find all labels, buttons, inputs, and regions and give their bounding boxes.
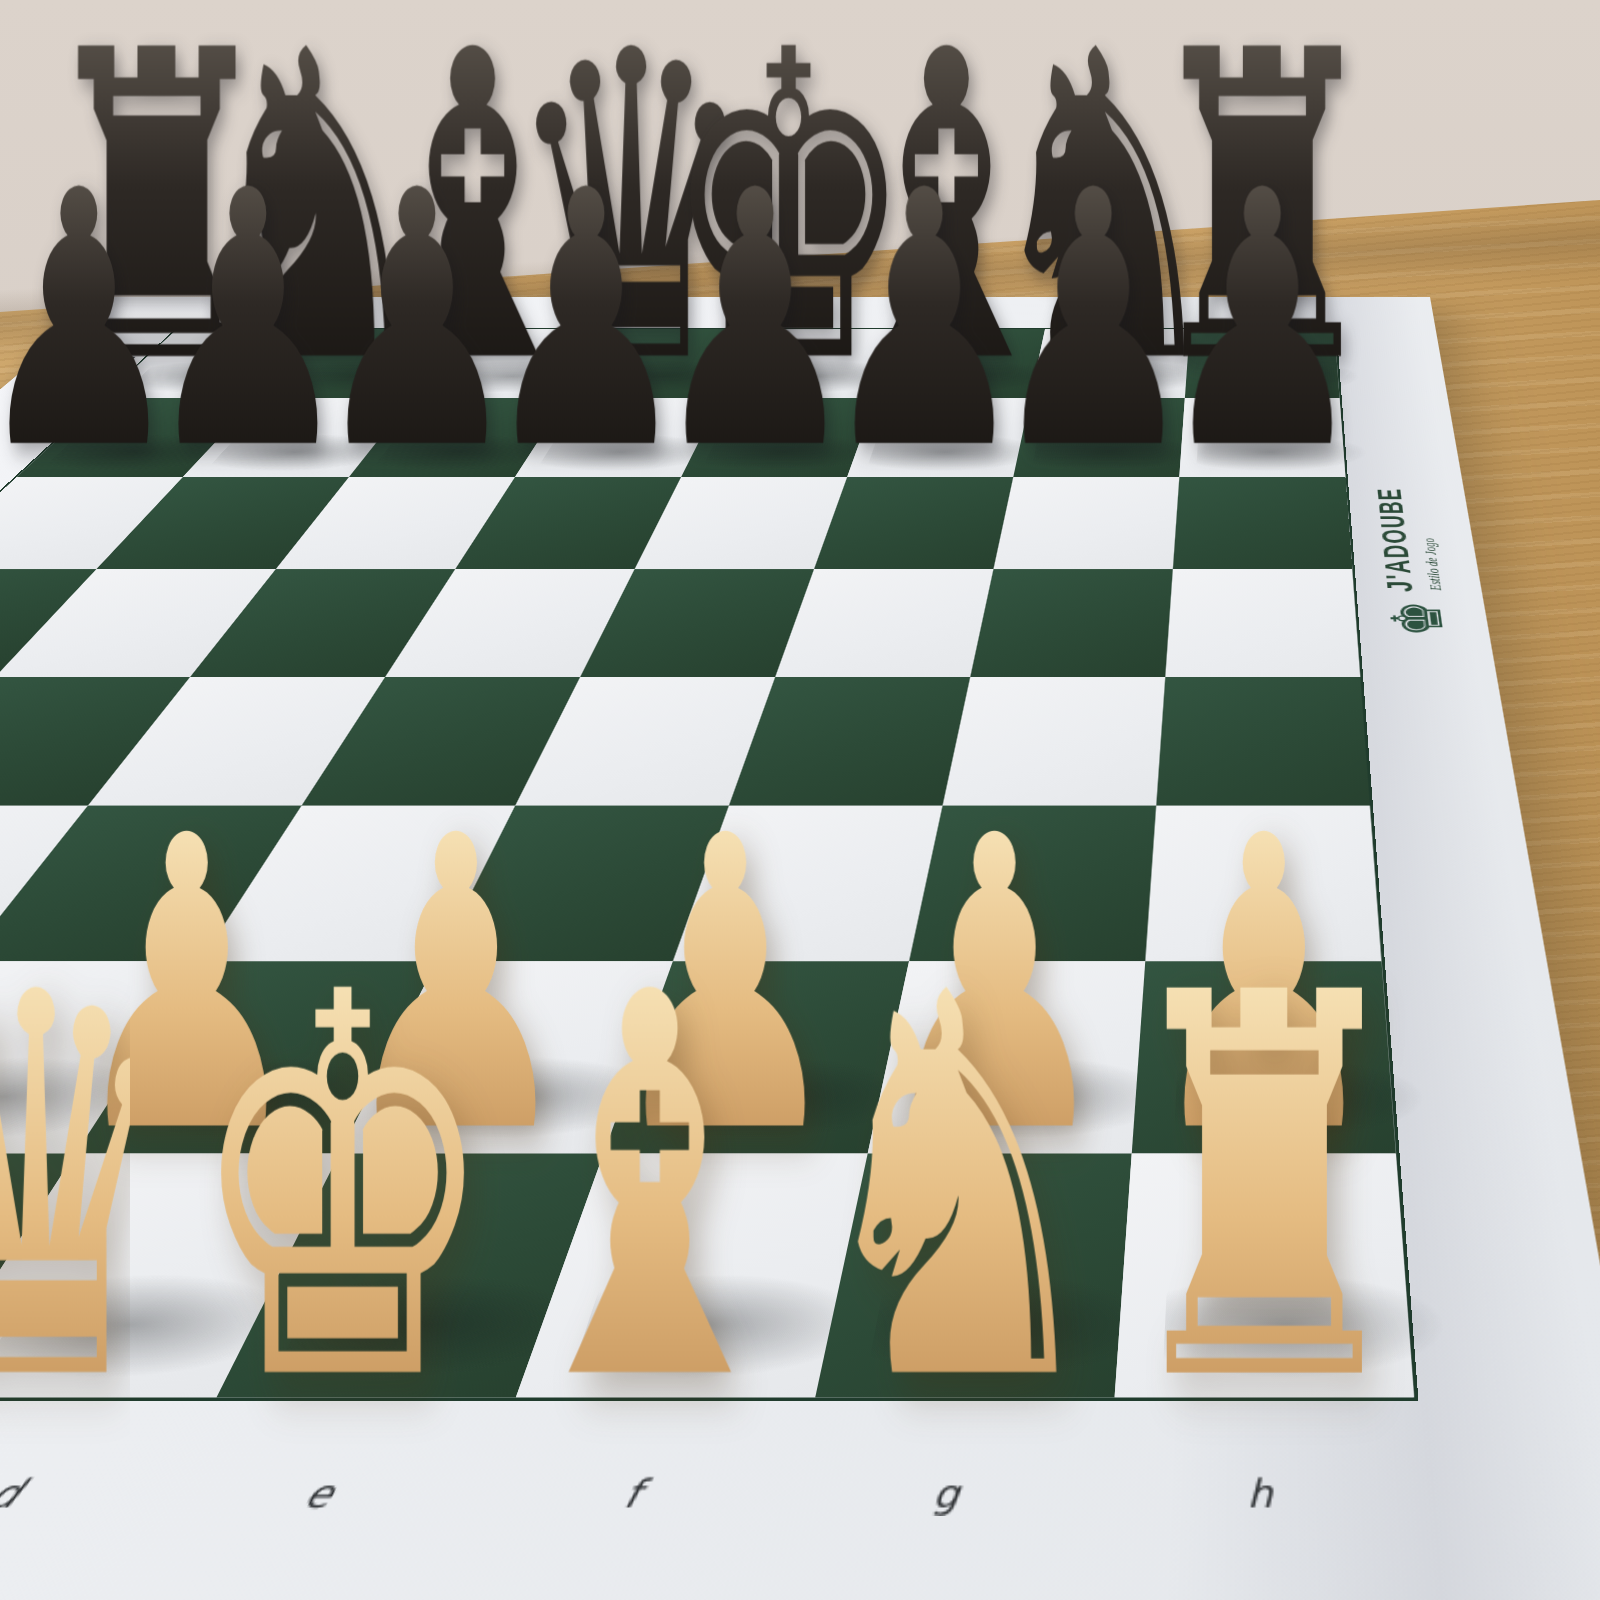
- chessboard-mat: ♜♞♝♛♚♝♞♜♟♟♟♟♟♟♟♟♟♟♟♟♟♟♟♟♜♞♝♛♚♝♞♜ abcdefg…: [0, 297, 1600, 1600]
- white-knight-g1: ♞: [815, 1153, 1131, 1397]
- square-g5: [970, 569, 1173, 677]
- square-f5: [775, 569, 993, 677]
- square-h7: ♟: [1179, 398, 1345, 477]
- file-label-d: d: [0, 1471, 175, 1516]
- white-piece-glyph: ♜: [1109, 925, 1420, 1452]
- white-piece-glyph: ♚: [187, 925, 498, 1452]
- board-grid: ♜♞♝♛♚♝♞♜♟♟♟♟♟♟♟♟♟♟♟♟♟♟♟♟♜♞♝♛♚♝♞♜: [0, 328, 1419, 1401]
- photo-scene: ♜♞♝♛♚♝♞♜♟♟♟♟♟♟♟♟♟♟♟♟♟♟♟♟♜♞♝♛♚♝♞♜ abcdefg…: [0, 0, 1600, 1600]
- file-label-e: e: [152, 1471, 485, 1516]
- fallen-king-icon: ♚: [1381, 601, 1455, 637]
- white-piece-glyph: ♛: [0, 925, 191, 1452]
- brand-logo-rotated: ♚ J'ADOUBE Estilo de Jogo: [1339, 490, 1490, 637]
- black-pawn-h7: ♟: [1179, 398, 1345, 477]
- square-h5: [1165, 569, 1360, 677]
- brand-title: J'ADOUBE: [1371, 488, 1421, 592]
- black-piece-glyph: ♟: [1159, 145, 1367, 497]
- file-label-g: g: [785, 1471, 1105, 1516]
- brand-text: J'ADOUBE Estilo de Jogo: [1371, 488, 1446, 592]
- file-label-h: h: [1102, 1471, 1419, 1516]
- brand-subtitle: Estilo de Jogo: [1419, 538, 1447, 590]
- brand-logo: ♚ J'ADOUBE Estilo de Jogo: [1339, 490, 1490, 637]
- white-piece-glyph: ♝: [494, 925, 805, 1452]
- file-label-f: f: [469, 1471, 795, 1516]
- square-h1: ♜: [1115, 1153, 1414, 1397]
- white-rook-h1: ♜: [1115, 1153, 1414, 1397]
- white-piece-glyph: ♞: [802, 925, 1113, 1452]
- square-g1: ♞: [815, 1153, 1131, 1397]
